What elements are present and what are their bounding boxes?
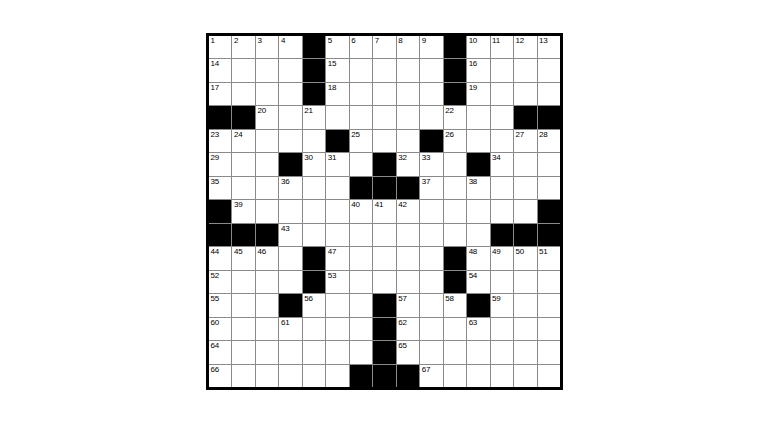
black-cell-r4c15 [538,106,560,128]
cell-r15c11[interactable] [444,365,466,387]
cell-r13c1[interactable]: 60 [209,318,231,340]
cell-r10c3[interactable]: 46 [256,247,278,269]
cell-r6c10[interactable]: 33 [420,153,442,175]
clue-number-14: 14 [211,59,220,68]
cell-r13c11[interactable] [444,318,466,340]
black-cell-r12c8 [373,294,395,316]
cell-r5c1[interactable]: 23 [209,130,231,152]
clue-number-55: 55 [211,294,220,303]
cell-r14c13[interactable] [491,341,513,363]
cell-r1c3[interactable]: 3 [256,36,278,58]
black-cell-r2c5 [303,59,325,81]
cell-r10c15[interactable]: 51 [538,247,560,269]
cell-r7c2[interactable] [232,177,254,199]
cell-r10c8[interactable] [373,247,395,269]
cell-r13c6[interactable] [326,318,348,340]
cell-r15c12[interactable] [467,365,489,387]
cell-r6c13[interactable]: 34 [491,153,513,175]
clue-number-54: 54 [469,271,478,280]
cell-r1c9[interactable]: 8 [397,36,419,58]
crossword-grid: 1234567891011121314151617181920212223242… [206,33,563,390]
cell-r2c12[interactable]: 16 [467,59,489,81]
cell-r1c4[interactable]: 4 [279,36,301,58]
cell-r8c10[interactable] [420,200,442,222]
clue-number-31: 31 [328,153,337,162]
black-cell-r5c6 [326,130,348,152]
clue-number-11: 11 [492,36,500,45]
cell-r10c2[interactable]: 45 [232,247,254,269]
cell-r14c3[interactable] [256,341,278,363]
cell-r10c12[interactable]: 48 [467,247,489,269]
clue-number-25: 25 [351,130,360,139]
cell-r4c6[interactable] [326,106,348,128]
clue-number-66: 66 [211,365,220,374]
clue-number-35: 35 [211,177,220,186]
cell-r5c2[interactable]: 24 [232,130,254,152]
black-cell-r10c5 [303,247,325,269]
clue-number-9: 9 [422,36,426,45]
cell-r1c14[interactable]: 12 [514,36,536,58]
clue-number-40: 40 [351,200,360,209]
black-cell-r7c8 [373,177,395,199]
cell-r9c5[interactable] [303,224,325,246]
clue-number-36: 36 [281,177,290,186]
cell-r14c7[interactable] [350,341,372,363]
clue-number-21: 21 [304,106,313,115]
cell-r14c14[interactable] [514,341,536,363]
cell-r8c7[interactable]: 40 [350,200,372,222]
cell-r5c14[interactable]: 27 [514,130,536,152]
clue-number-46: 46 [257,247,266,256]
clue-number-13: 13 [539,36,548,45]
cell-r1c2[interactable]: 2 [232,36,254,58]
cell-r12c14[interactable] [514,294,536,316]
clue-number-22: 22 [445,106,454,115]
clue-number-24: 24 [234,130,243,139]
cell-r1c1[interactable]: 1 [209,36,231,58]
cell-r2c6[interactable]: 15 [326,59,348,81]
black-cell-r1c5 [303,36,325,58]
cell-r14c5[interactable] [303,341,325,363]
cell-r11c13[interactable] [491,271,513,293]
clue-number-43: 43 [281,224,290,233]
cell-r6c11[interactable] [444,153,466,175]
black-cell-r14c8 [373,341,395,363]
cell-r3c9[interactable] [397,83,419,105]
page: 1234567891011121314151617181920212223242… [0,0,768,432]
cell-r5c13[interactable] [491,130,513,152]
cell-r9c11[interactable] [444,224,466,246]
cell-r15c2[interactable] [232,365,254,387]
clue-number-17: 17 [211,83,220,92]
cell-r5c15[interactable]: 28 [538,130,560,152]
black-cell-r15c7 [350,365,372,387]
cell-r15c14[interactable] [514,365,536,387]
clue-number-51: 51 [539,247,548,256]
cell-r7c11[interactable] [444,177,466,199]
cell-r2c10[interactable] [420,59,442,81]
clue-number-20: 20 [257,106,266,115]
cell-r8c3[interactable] [256,200,278,222]
cell-r1c8[interactable]: 7 [373,36,395,58]
clue-number-59: 59 [492,294,501,303]
cell-r12c11[interactable]: 58 [444,294,466,316]
cell-r6c14[interactable] [514,153,536,175]
cell-r2c15[interactable] [538,59,560,81]
cell-r6c1[interactable]: 29 [209,153,231,175]
black-cell-r4c1 [209,106,231,128]
cell-r4c12[interactable] [467,106,489,128]
cell-r1c7[interactable]: 6 [350,36,372,58]
cell-r14c15[interactable] [538,341,560,363]
cell-r7c6[interactable] [326,177,348,199]
cell-r6c7[interactable] [350,153,372,175]
cell-r15c10[interactable]: 67 [420,365,442,387]
cell-r2c8[interactable] [373,59,395,81]
clue-number-60: 60 [211,318,220,327]
cell-r10c7[interactable] [350,247,372,269]
cell-r7c3[interactable] [256,177,278,199]
cell-r13c13[interactable] [491,318,513,340]
cell-r5c5[interactable] [303,130,325,152]
clue-number-7: 7 [375,36,379,45]
cell-r14c11[interactable] [444,341,466,363]
clue-number-62: 62 [398,318,407,327]
clue-number-53: 53 [328,271,337,280]
cell-r13c4[interactable]: 61 [279,318,301,340]
cell-r13c2[interactable] [232,318,254,340]
cell-r4c7[interactable] [350,106,372,128]
cell-r2c1[interactable]: 14 [209,59,231,81]
cell-r13c7[interactable] [350,318,372,340]
cell-r1c12[interactable]: 10 [467,36,489,58]
cell-r3c1[interactable]: 17 [209,83,231,105]
clue-number-58: 58 [445,294,454,303]
clue-number-28: 28 [539,130,548,139]
clue-number-37: 37 [422,177,431,186]
cell-r8c14[interactable] [514,200,536,222]
cell-r8c11[interactable] [444,200,466,222]
cell-r3c10[interactable] [420,83,442,105]
cell-r13c10[interactable] [420,318,442,340]
clue-number-23: 23 [211,130,220,139]
clue-number-45: 45 [234,247,243,256]
cell-r2c7[interactable] [350,59,372,81]
cell-r11c9[interactable] [397,271,419,293]
cell-r8c6[interactable] [326,200,348,222]
cell-r12c5[interactable]: 56 [303,294,325,316]
cell-r12c9[interactable]: 57 [397,294,419,316]
cell-r7c5[interactable] [303,177,325,199]
black-cell-r15c9 [397,365,419,387]
cell-r15c1[interactable]: 66 [209,365,231,387]
cell-r9c10[interactable] [420,224,442,246]
black-cell-r9c14 [514,224,536,246]
black-cell-r10c11 [444,247,466,269]
black-cell-r9c1 [209,224,231,246]
cell-r6c9[interactable]: 32 [397,153,419,175]
cell-r8c13[interactable] [491,200,513,222]
cell-r6c5[interactable]: 30 [303,153,325,175]
cell-r7c12[interactable]: 38 [467,177,489,199]
clue-number-2: 2 [234,36,238,45]
cell-r13c15[interactable] [538,318,560,340]
cell-r11c10[interactable] [420,271,442,293]
cell-r12c13[interactable]: 59 [491,294,513,316]
black-cell-r9c2 [232,224,254,246]
cell-r11c2[interactable] [232,271,254,293]
clue-number-12: 12 [516,36,525,45]
cell-r10c10[interactable] [420,247,442,269]
clue-number-5: 5 [328,36,332,45]
cell-r1c6[interactable]: 5 [326,36,348,58]
black-cell-r6c8 [373,153,395,175]
cell-r1c15[interactable]: 13 [538,36,560,58]
black-cell-r6c12 [467,153,489,175]
clue-number-44: 44 [211,247,220,256]
cell-r7c14[interactable] [514,177,536,199]
cell-r15c4[interactable] [279,365,301,387]
clue-number-26: 26 [445,130,454,139]
cell-r4c5[interactable]: 21 [303,106,325,128]
cell-r3c15[interactable] [538,83,560,105]
cell-r2c2[interactable] [232,59,254,81]
cell-r13c12[interactable]: 63 [467,318,489,340]
cell-r6c6[interactable]: 31 [326,153,348,175]
clue-number-67: 67 [422,365,431,374]
black-cell-r9c13 [491,224,513,246]
clue-number-56: 56 [304,294,313,303]
cell-r2c9[interactable] [397,59,419,81]
cell-r8c2[interactable]: 39 [232,200,254,222]
clue-number-32: 32 [398,153,407,162]
cell-r14c10[interactable] [420,341,442,363]
cell-r15c13[interactable] [491,365,513,387]
cell-r6c15[interactable] [538,153,560,175]
cell-r4c11[interactable]: 22 [444,106,466,128]
clue-number-61: 61 [281,318,290,327]
black-cell-r5c10 [420,130,442,152]
black-cell-r7c9 [397,177,419,199]
clue-number-38: 38 [469,177,478,186]
cell-r3c4[interactable] [279,83,301,105]
cell-r8c8[interactable]: 41 [373,200,395,222]
black-cell-r3c5 [303,83,325,105]
cell-r11c3[interactable] [256,271,278,293]
cell-r14c4[interactable] [279,341,301,363]
black-cell-r12c12 [467,294,489,316]
clue-number-47: 47 [328,247,337,256]
cell-r11c4[interactable] [279,271,301,293]
black-cell-r3c11 [444,83,466,105]
cell-r11c12[interactable]: 54 [467,271,489,293]
cell-r8c5[interactable] [303,200,325,222]
clue-number-49: 49 [492,247,501,256]
cell-r11c6[interactable]: 53 [326,271,348,293]
cell-r9c7[interactable] [350,224,372,246]
cell-r5c7[interactable]: 25 [350,130,372,152]
clue-number-27: 27 [516,130,525,139]
cell-r11c15[interactable] [538,271,560,293]
black-cell-r4c14 [514,106,536,128]
cell-r7c10[interactable]: 37 [420,177,442,199]
cell-r9c8[interactable] [373,224,395,246]
cell-r3c13[interactable] [491,83,513,105]
cell-r10c1[interactable]: 44 [209,247,231,269]
clue-number-16: 16 [469,59,478,68]
clue-number-4: 4 [281,36,285,45]
black-cell-r1c11 [444,36,466,58]
cell-r4c10[interactable] [420,106,442,128]
cell-r4c13[interactable] [491,106,513,128]
clue-number-57: 57 [398,294,407,303]
cell-r13c3[interactable] [256,318,278,340]
black-cell-r15c8 [373,365,395,387]
cell-r1c13[interactable]: 11 [491,36,513,58]
black-cell-r12c4 [279,294,301,316]
clue-number-64: 64 [211,341,220,350]
cell-r15c15[interactable] [538,365,560,387]
cell-r13c14[interactable] [514,318,536,340]
cell-r12c3[interactable] [256,294,278,316]
black-cell-r9c3 [256,224,278,246]
clue-number-19: 19 [469,83,478,92]
clue-number-42: 42 [398,200,407,209]
cell-r14c12[interactable] [467,341,489,363]
cell-r15c3[interactable] [256,365,278,387]
clue-number-30: 30 [304,153,313,162]
cell-r6c2[interactable] [232,153,254,175]
black-cell-r11c11 [444,271,466,293]
black-cell-r4c2 [232,106,254,128]
cell-r5c3[interactable] [256,130,278,152]
cell-r13c9[interactable]: 62 [397,318,419,340]
cell-r12c2[interactable] [232,294,254,316]
cell-r11c14[interactable] [514,271,536,293]
clue-number-33: 33 [422,153,431,162]
clue-number-10: 10 [469,36,478,45]
black-cell-r11c5 [303,271,325,293]
cell-r6c3[interactable] [256,153,278,175]
cell-r7c1[interactable]: 35 [209,177,231,199]
cell-r3c7[interactable] [350,83,372,105]
cell-r4c3[interactable]: 20 [256,106,278,128]
black-cell-r8c1 [209,200,231,222]
cell-r7c4[interactable]: 36 [279,177,301,199]
clue-number-1: 1 [211,36,215,45]
cell-r3c2[interactable] [232,83,254,105]
cell-r5c11[interactable]: 26 [444,130,466,152]
clue-number-48: 48 [469,247,478,256]
black-cell-r8c15 [538,200,560,222]
cell-r7c15[interactable] [538,177,560,199]
clue-number-18: 18 [328,83,337,92]
cell-r3c12[interactable]: 19 [467,83,489,105]
cell-r12c7[interactable] [350,294,372,316]
cell-r10c9[interactable] [397,247,419,269]
cell-r10c6[interactable]: 47 [326,247,348,269]
clue-number-63: 63 [469,318,478,327]
cell-r5c12[interactable] [467,130,489,152]
cell-r2c3[interactable] [256,59,278,81]
cell-r3c8[interactable] [373,83,395,105]
cell-r4c4[interactable] [279,106,301,128]
black-cell-r2c11 [444,59,466,81]
black-cell-r6c4 [279,153,301,175]
cell-r9c4[interactable]: 43 [279,224,301,246]
cell-r5c4[interactable] [279,130,301,152]
clue-number-41: 41 [375,200,384,209]
cell-r12c15[interactable] [538,294,560,316]
cell-r3c6[interactable]: 18 [326,83,348,105]
clue-number-50: 50 [516,247,525,256]
clue-number-65: 65 [398,341,407,350]
cell-r12c1[interactable]: 55 [209,294,231,316]
cell-r8c12[interactable] [467,200,489,222]
clue-number-8: 8 [398,36,402,45]
clue-number-34: 34 [492,153,501,162]
cell-r2c14[interactable] [514,59,536,81]
cell-r5c9[interactable] [397,130,419,152]
cell-r8c9[interactable]: 42 [397,200,419,222]
cell-r5c8[interactable] [373,130,395,152]
cell-r12c6[interactable] [326,294,348,316]
cell-r7c13[interactable] [491,177,513,199]
black-cell-r7c7 [350,177,372,199]
cell-r11c7[interactable] [350,271,372,293]
cell-r9c12[interactable] [467,224,489,246]
cell-r11c8[interactable] [373,271,395,293]
cell-r4c9[interactable] [397,106,419,128]
clue-number-52: 52 [211,271,220,280]
cell-r10c14[interactable]: 50 [514,247,536,269]
cell-r4c8[interactable] [373,106,395,128]
cell-r2c13[interactable] [491,59,513,81]
cell-r15c6[interactable] [326,365,348,387]
cell-r14c6[interactable] [326,341,348,363]
clue-number-15: 15 [328,59,337,68]
cell-r11c1[interactable]: 52 [209,271,231,293]
black-cell-r9c15 [538,224,560,246]
clue-number-3: 3 [257,36,261,45]
cell-r1c10[interactable]: 9 [420,36,442,58]
clue-number-29: 29 [211,153,220,162]
cell-r8c4[interactable] [279,200,301,222]
cell-r9c9[interactable] [397,224,419,246]
cell-r14c2[interactable] [232,341,254,363]
cell-r15c5[interactable] [303,365,325,387]
clue-number-6: 6 [351,36,355,45]
cell-r9c6[interactable] [326,224,348,246]
cell-r10c13[interactable]: 49 [491,247,513,269]
cell-r14c1[interactable]: 64 [209,341,231,363]
cell-r3c3[interactable] [256,83,278,105]
cell-r10c4[interactable] [279,247,301,269]
black-cell-r13c8 [373,318,395,340]
cell-r14c9[interactable]: 65 [397,341,419,363]
cell-r2c4[interactable] [279,59,301,81]
clue-number-39: 39 [234,200,243,209]
cell-r3c14[interactable] [514,83,536,105]
cell-r13c5[interactable] [303,318,325,340]
cell-r12c10[interactable] [420,294,442,316]
